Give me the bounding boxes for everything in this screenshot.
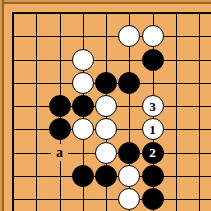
black-stone: [95, 72, 117, 94]
intersection: [94, 1, 117, 24]
white-stone: [118, 188, 140, 210]
intersection: [48, 94, 71, 117]
intersection: [188, 1, 211, 24]
intersection: [94, 94, 117, 117]
intersection: [94, 164, 117, 187]
intersection: [1, 118, 24, 141]
intersection: [94, 188, 117, 211]
move-2-stone-black: 2: [142, 142, 164, 164]
intersection: [48, 71, 71, 94]
intersection: [118, 118, 141, 141]
intersection: 2: [141, 141, 164, 164]
black-stone: [72, 165, 94, 187]
intersection: [188, 94, 211, 117]
intersection: [71, 71, 94, 94]
intersection: [118, 141, 141, 164]
intersection: [1, 164, 24, 187]
intersection: [141, 1, 164, 24]
intersection: [164, 48, 187, 71]
intersection: [118, 25, 141, 48]
intersection: [25, 25, 48, 48]
intersection: [164, 141, 187, 164]
intersection: [25, 188, 48, 211]
intersection: [48, 1, 71, 24]
intersection: [118, 1, 141, 24]
intersection: [48, 188, 71, 211]
intersection: [164, 118, 187, 141]
white-stone: [72, 49, 94, 71]
point-label-a: a: [51, 144, 68, 161]
intersection: [25, 48, 48, 71]
black-stone: [95, 165, 117, 187]
intersection: [141, 48, 164, 71]
intersection: [71, 94, 94, 117]
intersection: [164, 94, 187, 117]
move-number: 1: [149, 123, 156, 136]
black-stone: [142, 49, 164, 71]
white-stone: [95, 142, 117, 164]
intersection: [164, 25, 187, 48]
intersection: [118, 94, 141, 117]
intersection: [48, 118, 71, 141]
intersection: [71, 25, 94, 48]
intersection: [48, 25, 71, 48]
intersection: [94, 25, 117, 48]
go-board: 31a2: [1, 1, 210, 210]
intersection: [1, 48, 24, 71]
black-stone: [142, 188, 164, 210]
intersection: [188, 71, 211, 94]
intersection: [164, 188, 187, 211]
white-stone: [72, 72, 94, 94]
black-stone: [118, 142, 140, 164]
move-number: 2: [149, 146, 156, 159]
white-stone: [95, 118, 117, 140]
intersection: [118, 164, 141, 187]
white-stone: [142, 25, 164, 47]
black-stone: [49, 95, 71, 117]
intersection: [164, 71, 187, 94]
intersection: [188, 48, 211, 71]
intersection: [188, 25, 211, 48]
intersection: [94, 48, 117, 71]
intersection: [118, 48, 141, 71]
black-stone: [118, 72, 140, 94]
move-3-stone-white: 3: [142, 95, 164, 117]
intersection: [1, 25, 24, 48]
intersection: [1, 141, 24, 164]
intersection: [141, 164, 164, 187]
intersection: [71, 1, 94, 24]
white-stone: [72, 118, 94, 140]
intersection: [164, 1, 187, 24]
intersection: [25, 94, 48, 117]
white-stone: [118, 25, 140, 47]
intersection: [25, 164, 48, 187]
intersection: [188, 141, 211, 164]
intersection: [118, 188, 141, 211]
intersection: 1: [141, 118, 164, 141]
intersection: [1, 71, 24, 94]
intersection: [71, 141, 94, 164]
intersection: [25, 118, 48, 141]
intersection: [25, 1, 48, 24]
intersection: [25, 141, 48, 164]
intersection: [188, 118, 211, 141]
intersection: [94, 71, 117, 94]
black-stone: [142, 165, 164, 187]
intersection: [188, 164, 211, 187]
intersection: a: [48, 141, 71, 164]
black-stone: [72, 95, 94, 117]
move-1-stone-white: 1: [142, 118, 164, 140]
intersection: [94, 141, 117, 164]
intersection: [71, 164, 94, 187]
intersection: [71, 48, 94, 71]
intersection: [141, 25, 164, 48]
intersection: [118, 71, 141, 94]
intersection: [71, 118, 94, 141]
intersection: 3: [141, 94, 164, 117]
black-stone: [49, 118, 71, 140]
move-number: 3: [149, 100, 156, 113]
white-stone: [95, 95, 117, 117]
intersection: [1, 94, 24, 117]
intersection: [164, 164, 187, 187]
intersection: [1, 188, 24, 211]
intersection: [48, 164, 71, 187]
intersection: [1, 1, 24, 24]
white-stone: [118, 165, 140, 187]
intersection: [48, 48, 71, 71]
intersection: [141, 71, 164, 94]
intersection: [71, 188, 94, 211]
intersection: [25, 71, 48, 94]
intersection: [141, 188, 164, 211]
intersection: [188, 188, 211, 211]
go-board-diagram: 31a2: [0, 0, 211, 211]
intersection: [94, 118, 117, 141]
